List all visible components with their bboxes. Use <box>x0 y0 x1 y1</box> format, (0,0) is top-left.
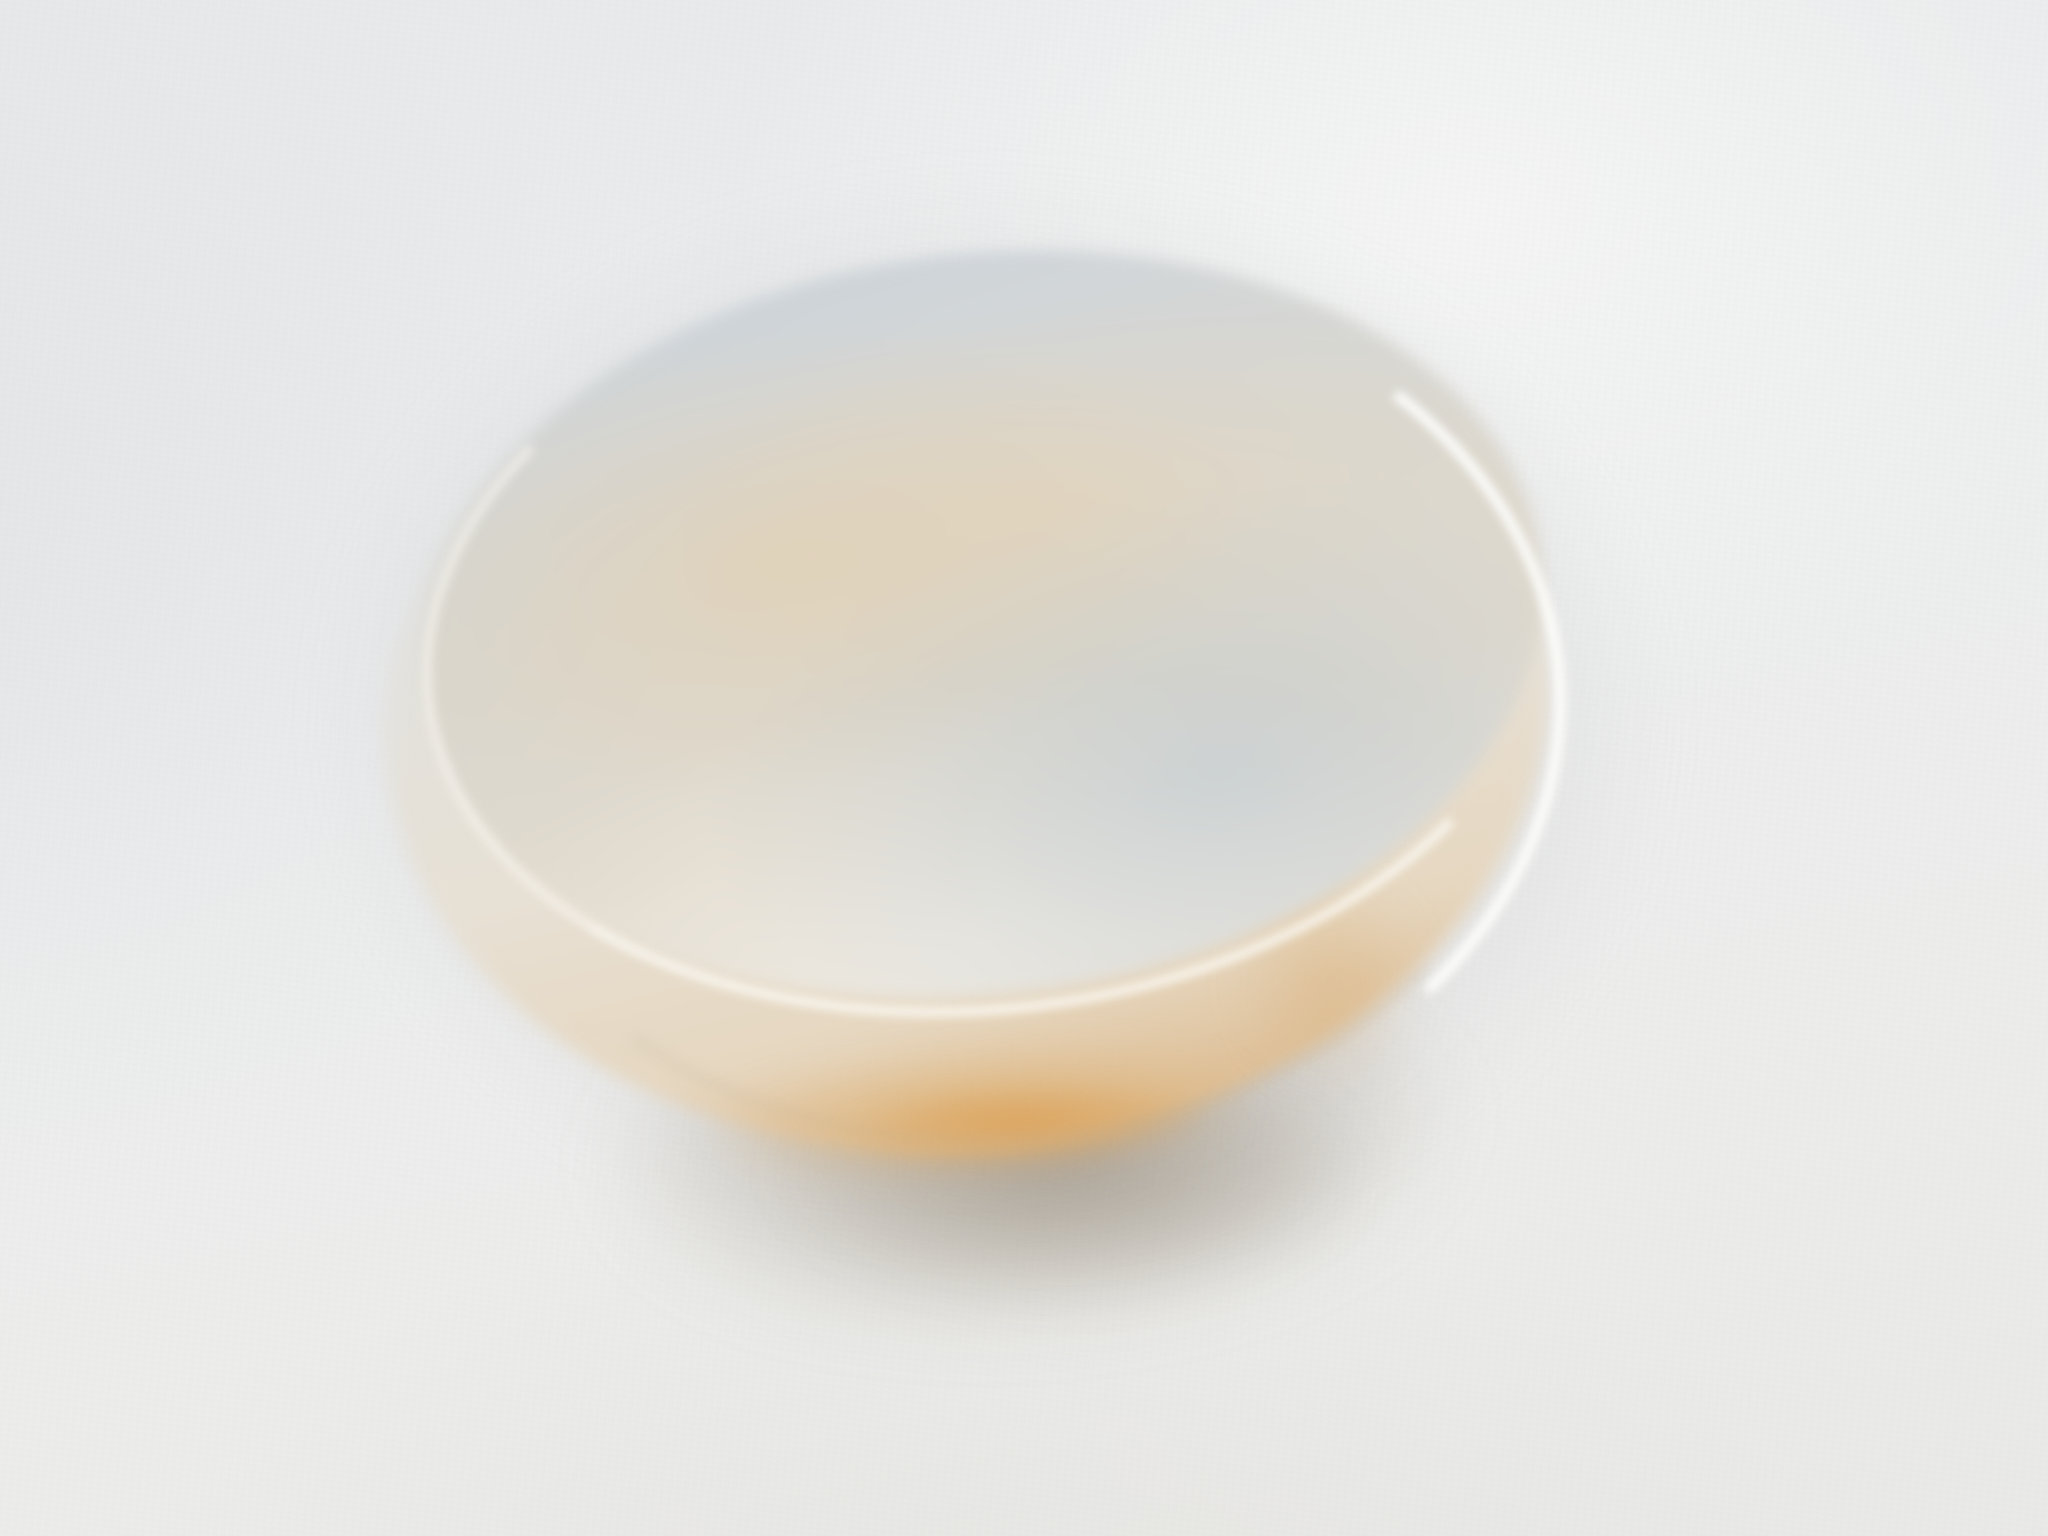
photo-scene <box>0 0 2048 1536</box>
